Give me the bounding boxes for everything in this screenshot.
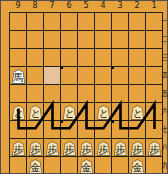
- board-square[interactable]: [129, 121, 146, 139]
- board-square[interactable]: [146, 85, 163, 103]
- board-square[interactable]: [129, 31, 146, 49]
- piece-face: 歩: [98, 142, 110, 155]
- board-square[interactable]: [129, 85, 146, 103]
- board-square[interactable]: [146, 49, 163, 67]
- board-square[interactable]: [61, 121, 78, 139]
- board-square[interactable]: [129, 67, 146, 85]
- board-square[interactable]: [27, 85, 44, 103]
- piece-glyph: 歩: [31, 144, 41, 155]
- board-square[interactable]: [78, 85, 95, 103]
- board-square[interactable]: [10, 13, 27, 31]
- piece-face: 歩: [47, 142, 59, 155]
- piece-glyph: 歩: [48, 144, 58, 155]
- board-square[interactable]: [95, 85, 112, 103]
- file-label: 3: [111, 1, 129, 11]
- board-square[interactable]: [95, 157, 112, 174]
- board-square[interactable]: [95, 49, 112, 67]
- board-square[interactable]: [95, 121, 112, 139]
- piece-glyph: と: [132, 108, 142, 119]
- board-square[interactable]: [44, 31, 61, 49]
- board-square[interactable]: [61, 157, 78, 174]
- board-square[interactable]: [78, 103, 95, 121]
- board-square[interactable]: [44, 85, 61, 103]
- piece-glyph: と: [98, 108, 108, 119]
- board-square[interactable]: [112, 49, 129, 67]
- board-square[interactable]: [112, 103, 129, 121]
- piece-glyph: 歩: [82, 144, 92, 155]
- piece-glyph: 歩: [14, 144, 24, 155]
- board-square[interactable]: [146, 103, 163, 121]
- piece-glyph: と: [64, 108, 74, 119]
- file-label: 6: [60, 1, 78, 11]
- piece-face: と: [98, 106, 110, 119]
- piece-face: 歩: [81, 142, 93, 155]
- board-square[interactable]: [61, 85, 78, 103]
- board-square[interactable]: [27, 49, 44, 67]
- board-square[interactable]: [10, 49, 27, 67]
- board-square[interactable]: [27, 31, 44, 49]
- board-square[interactable]: [61, 49, 78, 67]
- file-label: 2: [128, 1, 146, 11]
- piece-glyph: 歩: [65, 144, 75, 155]
- piece-glyph: 歩: [133, 144, 143, 155]
- piece-face: と: [30, 106, 42, 119]
- board-square[interactable]: [129, 49, 146, 67]
- board-square[interactable]: [44, 13, 61, 31]
- highlighted-square[interactable]: [44, 67, 61, 85]
- board-square[interactable]: [112, 31, 129, 49]
- piece-face: と: [13, 106, 25, 119]
- piece-glyph: 金: [82, 162, 92, 173]
- piece-glyph: 歩: [99, 144, 109, 155]
- file-label: 7: [43, 1, 61, 11]
- board-square[interactable]: [112, 67, 129, 85]
- board-square[interactable]: [112, 13, 129, 31]
- piece-face: 歩: [115, 142, 127, 155]
- piece-face: 歩: [30, 142, 42, 155]
- board-square[interactable]: [78, 121, 95, 139]
- board-square[interactable]: [78, 13, 95, 31]
- board-square[interactable]: [44, 121, 61, 139]
- piece-face: と: [132, 106, 144, 119]
- board-square[interactable]: [61, 13, 78, 31]
- board-square[interactable]: [10, 85, 27, 103]
- piece-glyph: 歩: [150, 144, 160, 155]
- screenshot-root: 987654321 一二三四五六七八九 馬ととととと歩歩歩歩歩歩歩歩歩金金金: [0, 0, 168, 174]
- board-square[interactable]: [10, 121, 27, 139]
- board-square[interactable]: [95, 67, 112, 85]
- board-square[interactable]: [112, 157, 129, 174]
- piece-glyph: 馬: [14, 72, 24, 83]
- piece-face: 金: [81, 160, 93, 173]
- piece-glyph: 歩: [116, 144, 126, 155]
- board-square[interactable]: [146, 31, 163, 49]
- board-square[interactable]: [27, 121, 44, 139]
- board-square[interactable]: [10, 157, 27, 174]
- board-square[interactable]: [146, 67, 163, 85]
- board-square[interactable]: [61, 67, 78, 85]
- board-square[interactable]: [78, 67, 95, 85]
- board-square[interactable]: [27, 67, 44, 85]
- file-label: 9: [9, 1, 27, 11]
- board-square[interactable]: [146, 121, 163, 139]
- file-label: 5: [77, 1, 95, 11]
- board-square[interactable]: [129, 13, 146, 31]
- piece-face: 金: [132, 160, 144, 173]
- piece-face: 歩: [149, 142, 161, 155]
- board-square[interactable]: [112, 121, 129, 139]
- board-square[interactable]: [95, 13, 112, 31]
- board-square[interactable]: [44, 103, 61, 121]
- file-label: 1: [145, 1, 163, 11]
- piece-face: 歩: [13, 142, 25, 155]
- board-square[interactable]: [27, 13, 44, 31]
- board-square[interactable]: [78, 49, 95, 67]
- piece-face: 馬: [13, 70, 25, 83]
- piece-glyph: 金: [31, 162, 41, 173]
- board-square[interactable]: [10, 31, 27, 49]
- piece-glyph: と: [30, 108, 40, 119]
- piece-glyph: 金: [133, 162, 143, 173]
- board-square[interactable]: [78, 31, 95, 49]
- piece-face: 歩: [64, 142, 76, 155]
- piece-glyph: と: [13, 108, 23, 119]
- piece-face: と: [64, 106, 76, 119]
- board-square[interactable]: [146, 13, 163, 31]
- piece-face: 金: [30, 160, 42, 173]
- board-square[interactable]: [44, 157, 61, 174]
- file-label: 8: [26, 1, 44, 11]
- piece-face: 歩: [132, 142, 144, 155]
- file-label: 4: [94, 1, 112, 11]
- board-square[interactable]: [61, 31, 78, 49]
- board-square[interactable]: [95, 31, 112, 49]
- board-square[interactable]: [112, 85, 129, 103]
- board-square[interactable]: [44, 49, 61, 67]
- board-square[interactable]: [146, 157, 163, 174]
